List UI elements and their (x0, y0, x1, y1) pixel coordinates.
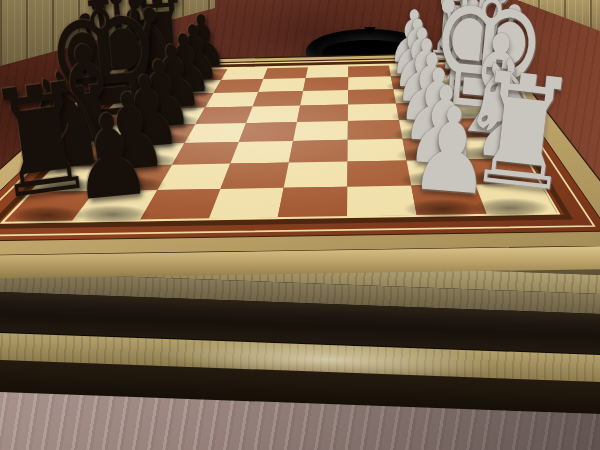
white-rook-glyph: ♜ (462, 49, 584, 213)
black-pawn-glyph: ♟ (66, 97, 156, 219)
chess-scene: ♜♞♝♛♚♝♞♜♟♟♟♟♟♟♟♟♟♟♟♟♟♟♟♟♜♞♝♛♚♝♞♜ (0, 0, 600, 450)
